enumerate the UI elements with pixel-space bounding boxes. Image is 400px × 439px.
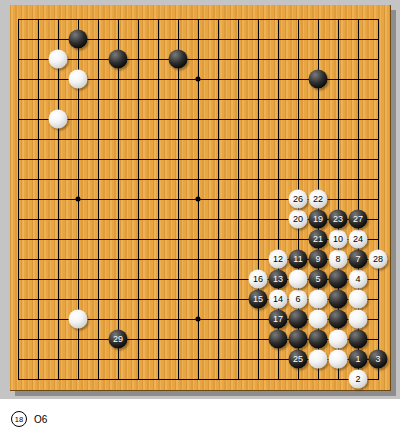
- star-point: [76, 197, 81, 202]
- white-stone-move-symbol: 18: [11, 411, 27, 427]
- stone-black-5: 5: [309, 270, 328, 289]
- stone-black-19: 19: [309, 210, 328, 229]
- grid-line: [18, 379, 379, 380]
- stone-black: [289, 330, 308, 349]
- stone-black: [109, 50, 128, 69]
- stone-move-number: 27: [353, 210, 363, 229]
- stone-move-number: 9: [315, 250, 320, 269]
- stone-move-number: 13: [273, 270, 283, 289]
- stone-white: [309, 350, 328, 369]
- stone-move-number: 11: [293, 250, 302, 269]
- stone-move-number: 3: [375, 350, 380, 369]
- stone-black-15: 15: [249, 290, 268, 309]
- stone-white: [329, 350, 348, 369]
- stone-move-number: 24: [353, 230, 363, 249]
- stone-white: [49, 50, 68, 69]
- stone-move-number: 2: [355, 370, 360, 389]
- stone-black: [69, 30, 88, 49]
- stone-white-12: 12: [269, 250, 288, 269]
- stone-white-10: 10: [329, 230, 348, 249]
- stone-white-8: 8: [329, 250, 348, 269]
- stone-move-number: 4: [355, 270, 360, 289]
- stone-black-9: 9: [309, 250, 328, 269]
- stone-white-14: 14: [269, 290, 288, 309]
- star-point: [196, 77, 201, 82]
- stone-move-number: 8: [335, 250, 340, 269]
- stone-white: [289, 270, 308, 289]
- stone-black-21: 21: [309, 230, 328, 249]
- star-point: [196, 317, 201, 322]
- stone-move-number: 21: [313, 230, 323, 249]
- stone-white-22: 22: [309, 190, 328, 209]
- stone-move-number: 19: [313, 210, 323, 229]
- stone-white: [69, 70, 88, 89]
- stone-black: [349, 330, 368, 349]
- stone-white: [309, 290, 328, 309]
- stone-white-24: 24: [349, 230, 368, 249]
- stone-move-number: 23: [333, 210, 343, 229]
- stone-black: [269, 330, 288, 349]
- stone-black-25: 25: [289, 350, 308, 369]
- stone-white-4: 4: [349, 270, 368, 289]
- star-point: [196, 197, 201, 202]
- stone-move-number: 10: [333, 230, 343, 249]
- stone-move-number: 26: [293, 190, 303, 209]
- go-kifu-viewer: 1234567891011121314151617192021222324252…: [0, 0, 400, 439]
- grid-line: [258, 19, 259, 380]
- stone-move-number: 6: [295, 290, 300, 309]
- stone-move-number: 17: [273, 310, 283, 329]
- stone-black-7: 7: [349, 250, 368, 269]
- stone-move-number: 22: [313, 190, 323, 209]
- go-board[interactable]: 1234567891011121314151617192021222324252…: [10, 5, 391, 391]
- stone-white-6: 6: [289, 290, 308, 309]
- stone-black: [169, 50, 188, 69]
- stone-black: [329, 290, 348, 309]
- stone-white-2: 2: [349, 370, 368, 389]
- stone-move-number: 16: [253, 270, 263, 289]
- caption-bar: 18 O6: [0, 399, 400, 439]
- stone-move-number: 1: [355, 350, 360, 369]
- stone-white: [329, 330, 348, 349]
- stone-move-number: 20: [293, 210, 303, 229]
- grid-line: [218, 19, 219, 380]
- stone-black: [289, 310, 308, 329]
- stone-move-number: 28: [373, 250, 383, 269]
- stone-move-number: 7: [355, 250, 360, 269]
- stone-black-11: 11: [289, 250, 308, 269]
- stone-move-number: 25: [293, 350, 303, 369]
- caption-move-coordinate: O6: [34, 414, 47, 425]
- stone-move-number: 14: [273, 290, 283, 309]
- stone-white: [349, 310, 368, 329]
- stone-black-13: 13: [269, 270, 288, 289]
- stone-white-28: 28: [369, 250, 388, 269]
- grid-line: [238, 19, 239, 380]
- stone-black: [309, 70, 328, 89]
- stone-black-27: 27: [349, 210, 368, 229]
- caption-move-number: 18: [15, 415, 23, 424]
- stone-black: [329, 270, 348, 289]
- stone-white: [349, 290, 368, 309]
- stone-black-29: 29: [109, 330, 128, 349]
- stone-move-number: 12: [273, 250, 283, 269]
- stone-white-20: 20: [289, 210, 308, 229]
- stone-black-23: 23: [329, 210, 348, 229]
- grid-line: [378, 19, 379, 380]
- stone-move-number: 5: [315, 270, 320, 289]
- stone-black-1: 1: [349, 350, 368, 369]
- stone-black: [329, 310, 348, 329]
- stone-white-16: 16: [249, 270, 268, 289]
- stone-move-number: 15: [253, 290, 263, 309]
- stone-black-17: 17: [269, 310, 288, 329]
- stone-white: [49, 110, 68, 129]
- stone-black: [309, 330, 328, 349]
- stone-black-3: 3: [369, 350, 388, 369]
- stone-white: [69, 310, 88, 329]
- stone-white-26: 26: [289, 190, 308, 209]
- stone-white: [309, 310, 328, 329]
- stone-move-number: 29: [113, 330, 123, 349]
